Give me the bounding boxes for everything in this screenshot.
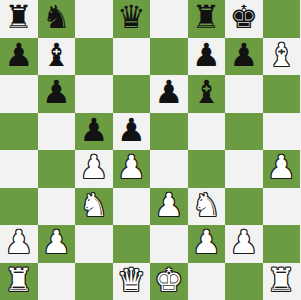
square-d5[interactable]: ♟ — [113, 113, 151, 151]
square-b7[interactable]: ♝ — [38, 38, 76, 76]
square-e6[interactable]: ♟ — [150, 75, 188, 113]
square-h2[interactable] — [263, 225, 301, 263]
square-b2[interactable]: ♟ — [38, 225, 76, 263]
piece-black-bishop[interactable]: ♝ — [192, 74, 221, 112]
square-d7[interactable] — [113, 38, 151, 76]
square-h4[interactable]: ♟ — [263, 150, 301, 188]
piece-white-pawn[interactable]: ♟ — [267, 149, 296, 187]
piece-black-king[interactable]: ♚ — [229, 0, 258, 37]
square-f1[interactable] — [188, 263, 226, 300]
square-a8[interactable]: ♜ — [0, 0, 38, 38]
square-c7[interactable] — [75, 38, 113, 76]
square-b4[interactable] — [38, 150, 76, 188]
piece-white-rook[interactable]: ♜ — [267, 262, 296, 300]
piece-white-knight[interactable]: ♞ — [79, 187, 108, 225]
square-b3[interactable] — [38, 188, 76, 226]
square-f4[interactable] — [188, 150, 226, 188]
square-c4[interactable]: ♟ — [75, 150, 113, 188]
square-c2[interactable] — [75, 225, 113, 263]
piece-white-pawn[interactable]: ♟ — [79, 149, 108, 187]
square-g3[interactable] — [225, 188, 263, 226]
piece-black-queen[interactable]: ♛ — [117, 0, 146, 37]
square-g5[interactable] — [225, 113, 263, 151]
piece-white-pawn[interactable]: ♟ — [154, 187, 183, 225]
square-h6[interactable] — [263, 75, 301, 113]
piece-white-pawn[interactable]: ♟ — [229, 224, 258, 262]
chess-board: ♜♞♛♜♚♟♝♟♟♝♟♟♝♟♟♟♟♟♞♟♞♟♟♟♟♜♛♚♜ — [0, 0, 300, 300]
piece-black-pawn[interactable]: ♟ — [79, 112, 108, 150]
square-e8[interactable] — [150, 0, 188, 38]
square-f6[interactable]: ♝ — [188, 75, 226, 113]
square-a4[interactable] — [0, 150, 38, 188]
square-g8[interactable]: ♚ — [225, 0, 263, 38]
square-d3[interactable] — [113, 188, 151, 226]
square-a6[interactable] — [0, 75, 38, 113]
piece-white-pawn[interactable]: ♟ — [192, 224, 221, 262]
square-g1[interactable] — [225, 263, 263, 300]
square-h8[interactable] — [263, 0, 301, 38]
square-c8[interactable] — [75, 0, 113, 38]
square-h7[interactable]: ♝ — [263, 38, 301, 76]
square-g2[interactable]: ♟ — [225, 225, 263, 263]
square-d8[interactable]: ♛ — [113, 0, 151, 38]
piece-black-knight[interactable]: ♞ — [42, 0, 71, 37]
square-c5[interactable]: ♟ — [75, 113, 113, 151]
square-e1[interactable]: ♚ — [150, 263, 188, 300]
square-d6[interactable] — [113, 75, 151, 113]
square-a5[interactable] — [0, 113, 38, 151]
square-b1[interactable] — [38, 263, 76, 300]
square-d1[interactable]: ♛ — [113, 263, 151, 300]
square-h5[interactable] — [263, 113, 301, 151]
square-a7[interactable]: ♟ — [0, 38, 38, 76]
piece-white-knight[interactable]: ♞ — [192, 187, 221, 225]
square-e3[interactable]: ♟ — [150, 188, 188, 226]
piece-white-pawn[interactable]: ♟ — [4, 224, 33, 262]
square-b6[interactable]: ♟ — [38, 75, 76, 113]
square-b8[interactable]: ♞ — [38, 0, 76, 38]
square-c1[interactable] — [75, 263, 113, 300]
square-h3[interactable] — [263, 188, 301, 226]
square-f2[interactable]: ♟ — [188, 225, 226, 263]
piece-white-rook[interactable]: ♜ — [4, 262, 33, 300]
square-f3[interactable]: ♞ — [188, 188, 226, 226]
piece-white-pawn[interactable]: ♟ — [42, 224, 71, 262]
piece-black-pawn[interactable]: ♟ — [154, 74, 183, 112]
square-d2[interactable] — [113, 225, 151, 263]
piece-black-pawn[interactable]: ♟ — [42, 74, 71, 112]
piece-black-rook[interactable]: ♜ — [192, 0, 221, 37]
piece-black-pawn[interactable]: ♟ — [192, 37, 221, 75]
square-c6[interactable] — [75, 75, 113, 113]
square-g4[interactable] — [225, 150, 263, 188]
piece-black-rook[interactable]: ♜ — [4, 0, 33, 37]
piece-white-bishop[interactable]: ♝ — [267, 37, 296, 75]
piece-white-queen[interactable]: ♛ — [117, 262, 146, 300]
piece-black-bishop[interactable]: ♝ — [42, 37, 71, 75]
square-e2[interactable] — [150, 225, 188, 263]
square-e4[interactable] — [150, 150, 188, 188]
square-f7[interactable]: ♟ — [188, 38, 226, 76]
piece-black-pawn[interactable]: ♟ — [4, 37, 33, 75]
square-f5[interactable] — [188, 113, 226, 151]
square-g6[interactable] — [225, 75, 263, 113]
square-d4[interactable]: ♟ — [113, 150, 151, 188]
square-a3[interactable] — [0, 188, 38, 226]
square-b5[interactable] — [38, 113, 76, 151]
square-f8[interactable]: ♜ — [188, 0, 226, 38]
square-e7[interactable] — [150, 38, 188, 76]
square-a1[interactable]: ♜ — [0, 263, 38, 300]
piece-black-pawn[interactable]: ♟ — [229, 37, 258, 75]
square-e5[interactable] — [150, 113, 188, 151]
square-g7[interactable]: ♟ — [225, 38, 263, 76]
piece-white-pawn[interactable]: ♟ — [117, 149, 146, 187]
square-c3[interactable]: ♞ — [75, 188, 113, 226]
square-h1[interactable]: ♜ — [263, 263, 301, 300]
piece-black-pawn[interactable]: ♟ — [117, 112, 146, 150]
square-a2[interactable]: ♟ — [0, 225, 38, 263]
piece-white-king[interactable]: ♚ — [154, 262, 183, 300]
